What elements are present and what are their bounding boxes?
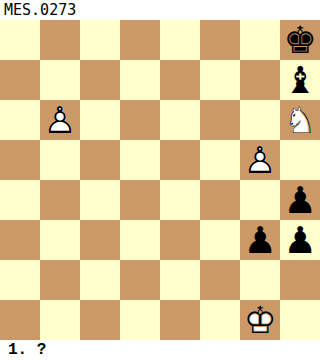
square-b5[interactable] (40, 140, 80, 180)
square-b7[interactable] (40, 60, 80, 100)
square-d5[interactable] (120, 140, 160, 180)
piece-white-knight: ♘ (280, 100, 320, 140)
square-g1[interactable]: ♚♔ (240, 300, 280, 340)
square-h1[interactable] (280, 300, 320, 340)
square-h5[interactable] (280, 140, 320, 180)
square-c5[interactable] (80, 140, 120, 180)
chess-puzzle-page: MES.0273 ♚♝♟♙♞♘♟♙♟♟♟♚♔ 1. ? (0, 0, 320, 360)
piece-white-pawn: ♙ (40, 100, 80, 140)
square-f4[interactable] (200, 180, 240, 220)
square-h3[interactable]: ♟ (280, 220, 320, 260)
square-g4[interactable] (240, 180, 280, 220)
square-c7[interactable] (80, 60, 120, 100)
square-d6[interactable] (120, 100, 160, 140)
piece-black-bishop: ♝ (280, 60, 320, 100)
square-a8[interactable] (0, 20, 40, 60)
square-g7[interactable] (240, 60, 280, 100)
square-e8[interactable] (160, 20, 200, 60)
square-d7[interactable] (120, 60, 160, 100)
square-e6[interactable] (160, 100, 200, 140)
piece-black-pawn: ♟ (280, 220, 320, 260)
square-d8[interactable] (120, 20, 160, 60)
square-d3[interactable] (120, 220, 160, 260)
square-e2[interactable] (160, 260, 200, 300)
square-h8[interactable]: ♚ (280, 20, 320, 60)
chess-board: ♚♝♟♙♞♘♟♙♟♟♟♚♔ (0, 20, 320, 340)
square-b8[interactable] (40, 20, 80, 60)
square-d4[interactable] (120, 180, 160, 220)
square-a6[interactable] (0, 100, 40, 140)
square-f7[interactable] (200, 60, 240, 100)
square-a3[interactable] (0, 220, 40, 260)
square-f6[interactable] (200, 100, 240, 140)
piece-white-king: ♔ (240, 300, 280, 340)
square-e3[interactable] (160, 220, 200, 260)
square-a2[interactable] (0, 260, 40, 300)
square-e7[interactable] (160, 60, 200, 100)
square-f8[interactable] (200, 20, 240, 60)
square-c2[interactable] (80, 260, 120, 300)
square-f1[interactable] (200, 300, 240, 340)
square-f3[interactable] (200, 220, 240, 260)
move-prompt: 1. ? (0, 340, 320, 360)
square-c1[interactable] (80, 300, 120, 340)
square-b3[interactable] (40, 220, 80, 260)
square-a1[interactable] (0, 300, 40, 340)
square-g5[interactable]: ♟♙ (240, 140, 280, 180)
square-a7[interactable] (0, 60, 40, 100)
square-f2[interactable] (200, 260, 240, 300)
square-c8[interactable] (80, 20, 120, 60)
square-g6[interactable] (240, 100, 280, 140)
square-c4[interactable] (80, 180, 120, 220)
square-e1[interactable] (160, 300, 200, 340)
piece-white-pawn: ♙ (240, 140, 280, 180)
square-e5[interactable] (160, 140, 200, 180)
square-g8[interactable] (240, 20, 280, 60)
square-b6[interactable]: ♟♙ (40, 100, 80, 140)
square-b2[interactable] (40, 260, 80, 300)
square-h7[interactable]: ♝ (280, 60, 320, 100)
piece-black-pawn: ♟ (280, 180, 320, 220)
square-c3[interactable] (80, 220, 120, 260)
piece-black-pawn: ♟ (240, 220, 280, 260)
square-b4[interactable] (40, 180, 80, 220)
piece-black-king: ♚ (280, 20, 320, 60)
square-h6[interactable]: ♞♘ (280, 100, 320, 140)
square-e4[interactable] (160, 180, 200, 220)
square-d2[interactable] (120, 260, 160, 300)
square-h2[interactable] (280, 260, 320, 300)
square-a5[interactable] (0, 140, 40, 180)
square-h4[interactable]: ♟ (280, 180, 320, 220)
puzzle-title: MES.0273 (0, 0, 320, 20)
square-g3[interactable]: ♟ (240, 220, 280, 260)
square-g2[interactable] (240, 260, 280, 300)
square-f5[interactable] (200, 140, 240, 180)
square-d1[interactable] (120, 300, 160, 340)
square-c6[interactable] (80, 100, 120, 140)
square-b1[interactable] (40, 300, 80, 340)
square-a4[interactable] (0, 180, 40, 220)
